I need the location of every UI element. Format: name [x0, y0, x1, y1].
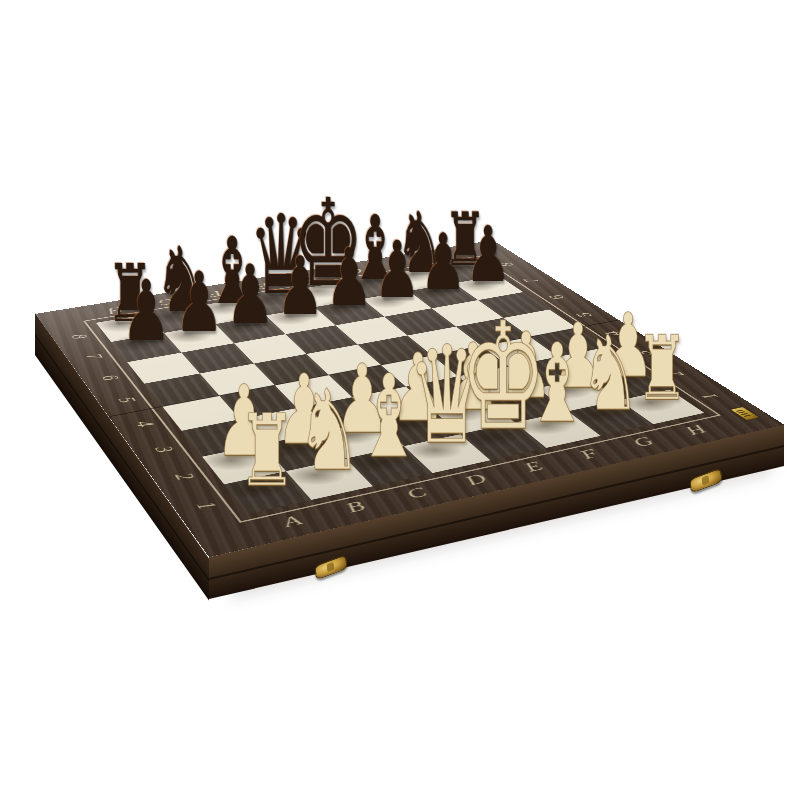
file-label-near-e: E [518, 458, 548, 474]
rank-label-left-1: 1 [189, 499, 223, 511]
rank-label-left-2: 2 [168, 471, 201, 482]
rank-label-right-1: 1 [695, 392, 724, 401]
file-label-near-c: C [401, 484, 432, 502]
rank-label-right-8: 8 [494, 261, 518, 267]
rank-label-left-4: 4 [130, 419, 161, 429]
file-label-near-a: A [277, 512, 306, 531]
chess-set-product-photo: AABBCCDDEEFFGGHH1122334455667788 ♜♞♝♛♚♝♞… [0, 0, 800, 800]
rank-label-right-6: 6 [544, 294, 569, 301]
file-label-far-a: A [433, 252, 454, 261]
file-label-near-g: G [627, 434, 660, 450]
file-label-near-b: B [340, 498, 369, 516]
rank-label-right-7: 7 [518, 277, 543, 284]
rank-label-left-6: 6 [96, 373, 125, 382]
file-label-near-f: F [574, 446, 604, 462]
rank-label-left-5: 5 [112, 395, 142, 404]
rank-label-left-7: 7 [80, 352, 108, 360]
file-label-far-b: B [389, 259, 410, 268]
brand-emblem-icon [730, 407, 760, 421]
rank-label-right-2: 2 [661, 370, 689, 379]
rank-label-right-4: 4 [599, 329, 626, 337]
rank-label-left-8: 8 [66, 332, 93, 340]
rank-label-left-3: 3 [148, 444, 180, 455]
file-label-near-h: H [679, 422, 712, 437]
rank-label-right-5: 5 [571, 311, 597, 318]
brass-clasp-icon [314, 554, 348, 580]
rank-label-right-3: 3 [629, 349, 657, 357]
brass-clasp-icon [689, 467, 723, 493]
file-label-near-d: D [459, 471, 492, 488]
